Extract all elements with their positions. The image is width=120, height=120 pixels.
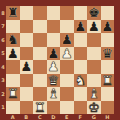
square-f8[interactable] (74, 6, 88, 20)
piece-black-knight-a6: ♞ (7, 33, 19, 47)
square-c5[interactable] (33, 47, 47, 61)
square-e1[interactable] (60, 101, 74, 115)
square-d1[interactable] (47, 101, 61, 115)
square-d4[interactable]: ♟ (47, 60, 61, 74)
square-g3[interactable] (87, 74, 101, 88)
square-f1[interactable] (74, 101, 88, 115)
file-label-h: H (101, 113, 115, 120)
square-e3[interactable] (60, 74, 74, 88)
piece-white-rook-h3: ♜ (101, 74, 113, 88)
file-label-a: A (6, 113, 20, 120)
square-f7[interactable]: ♟ (74, 20, 88, 34)
square-b2[interactable] (20, 87, 34, 101)
piece-white-rook-c1: ♜ (34, 101, 46, 115)
file-label-b: B (20, 113, 34, 120)
square-c4[interactable] (33, 60, 47, 74)
square-g1[interactable]: ♚ (87, 101, 101, 115)
square-d6[interactable] (47, 33, 61, 47)
square-f6[interactable] (74, 33, 88, 47)
piece-white-bishop-d2: ♝ (47, 87, 59, 101)
file-label-e: E (60, 113, 74, 120)
file-labels: ABCDEFGH (6, 113, 114, 120)
square-d8[interactable] (47, 6, 61, 20)
square-b3[interactable] (20, 74, 34, 88)
square-f2[interactable] (74, 87, 88, 101)
square-a2[interactable]: ♜ (6, 87, 20, 101)
square-g2[interactable]: ♝ (87, 87, 101, 101)
file-label-d: D (47, 113, 61, 120)
piece-white-pawn-e5: ♟ (61, 47, 73, 61)
square-c2[interactable] (33, 87, 47, 101)
piece-black-queen-h5: ♛ (101, 47, 113, 61)
piece-black-pawn-d5: ♟ (47, 47, 59, 61)
piece-black-rook-a8: ♜ (7, 6, 19, 20)
square-g7[interactable]: ♟ (87, 20, 101, 34)
square-c6[interactable] (33, 33, 47, 47)
piece-white-rook-a2: ♜ (7, 87, 19, 101)
square-f4[interactable] (74, 60, 88, 74)
square-b5[interactable] (20, 47, 34, 61)
piece-black-pawn-e6: ♟ (61, 33, 73, 47)
square-h4[interactable] (101, 60, 115, 74)
square-g5[interactable] (87, 47, 101, 61)
square-h2[interactable] (101, 87, 115, 101)
piece-black-pawn-h7: ♟ (101, 20, 113, 34)
square-a7[interactable] (6, 20, 20, 34)
piece-white-knight-f3: ♞ (74, 74, 86, 88)
square-e4[interactable] (60, 60, 74, 74)
piece-white-king-g1: ♚ (88, 101, 100, 115)
file-label-c: C (33, 113, 47, 120)
square-e5[interactable]: ♟ (60, 47, 74, 61)
piece-black-pawn-f7: ♟ (74, 20, 86, 34)
piece-white-queen-d3: ♛ (47, 74, 59, 88)
square-d2[interactable]: ♝ (47, 87, 61, 101)
file-label-f: F (74, 113, 88, 120)
square-h5[interactable]: ♛ (101, 47, 115, 61)
square-f3[interactable]: ♞ (74, 74, 88, 88)
square-c8[interactable] (33, 6, 47, 20)
piece-black-pawn-a5: ♟ (7, 47, 19, 61)
square-g4[interactable] (87, 60, 101, 74)
square-b6[interactable] (20, 33, 34, 47)
square-a4[interactable] (6, 60, 20, 74)
square-h6[interactable] (101, 33, 115, 47)
chess-diagram: 87654321 ABCDEFGH ♜♚♟♟♟♞♟♟♟♟♛♟♟♛♞♜♜♝♝♜♚ (0, 0, 120, 120)
square-f5[interactable] (74, 47, 88, 61)
square-h1[interactable] (101, 101, 115, 115)
piece-black-pawn-b4: ♟ (20, 60, 32, 74)
square-e8[interactable] (60, 6, 74, 20)
piece-white-bishop-g2: ♝ (88, 87, 100, 101)
piece-black-pawn-g7: ♟ (88, 20, 100, 34)
square-d3[interactable]: ♛ (47, 74, 61, 88)
square-c3[interactable] (33, 74, 47, 88)
square-e7[interactable] (60, 20, 74, 34)
square-a8[interactable]: ♜ (6, 6, 20, 20)
square-c7[interactable] (33, 20, 47, 34)
square-g8[interactable]: ♚ (87, 6, 101, 20)
file-label-g: G (87, 113, 101, 120)
piece-white-pawn-d4: ♟ (47, 60, 59, 74)
square-h7[interactable]: ♟ (101, 20, 115, 34)
square-a6[interactable]: ♞ (6, 33, 20, 47)
square-e6[interactable]: ♟ (60, 33, 74, 47)
square-a5[interactable]: ♟ (6, 47, 20, 61)
square-a1[interactable] (6, 101, 20, 115)
square-c1[interactable]: ♜ (33, 101, 47, 115)
square-b1[interactable] (20, 101, 34, 115)
square-a3[interactable] (6, 74, 20, 88)
square-b4[interactable]: ♟ (20, 60, 34, 74)
piece-black-king-g8: ♚ (88, 6, 100, 20)
square-e2[interactable] (60, 87, 74, 101)
square-d7[interactable] (47, 20, 61, 34)
square-b8[interactable] (20, 6, 34, 20)
square-h8[interactable] (101, 6, 115, 20)
square-g6[interactable] (87, 33, 101, 47)
square-b7[interactable] (20, 20, 34, 34)
chess-board: ♜♚♟♟♟♞♟♟♟♟♛♟♟♛♞♜♜♝♝♜♚ (6, 6, 114, 114)
square-h3[interactable]: ♜ (101, 74, 115, 88)
square-d5[interactable]: ♟ (47, 47, 61, 61)
